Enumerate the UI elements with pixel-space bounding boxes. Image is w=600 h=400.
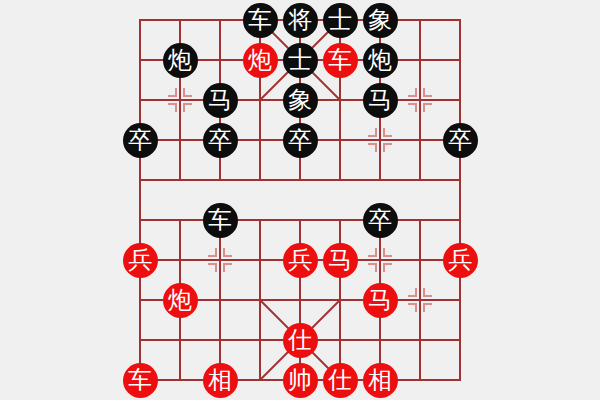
black-advisor[interactable]: 士 (323, 3, 358, 38)
xiangqi-board: 车将士象炮炮士车炮马象马卒卒卒卒车卒兵兵马兵炮马仕车相帅仕相 (0, 0, 600, 400)
red-advisor[interactable]: 仕 (323, 363, 358, 398)
black-chariot[interactable]: 车 (203, 203, 238, 238)
black-soldier[interactable]: 卒 (363, 203, 398, 238)
red-advisor[interactable]: 仕 (283, 323, 318, 358)
red-chariot[interactable]: 车 (123, 363, 158, 398)
black-soldier[interactable]: 卒 (203, 123, 238, 158)
black-soldier[interactable]: 卒 (443, 123, 478, 158)
red-elephant[interactable]: 相 (363, 363, 398, 398)
black-cannon[interactable]: 炮 (363, 43, 398, 78)
black-cannon[interactable]: 炮 (163, 43, 198, 78)
red-soldier[interactable]: 兵 (443, 243, 478, 278)
black-horse[interactable]: 马 (203, 83, 238, 118)
red-horse[interactable]: 马 (323, 243, 358, 278)
black-elephant[interactable]: 象 (283, 83, 318, 118)
black-soldier[interactable]: 卒 (123, 123, 158, 158)
black-horse[interactable]: 马 (363, 83, 398, 118)
black-chariot[interactable]: 车 (243, 3, 278, 38)
red-cannon[interactable]: 炮 (163, 283, 198, 318)
black-soldier[interactable]: 卒 (283, 123, 318, 158)
black-elephant[interactable]: 象 (363, 3, 398, 38)
pieces-layer: 车将士象炮炮士车炮马象马卒卒卒卒车卒兵兵马兵炮马仕车相帅仕相 (120, 0, 480, 400)
red-soldier[interactable]: 兵 (283, 243, 318, 278)
black-general[interactable]: 将 (283, 3, 318, 38)
red-horse[interactable]: 马 (363, 283, 398, 318)
red-soldier[interactable]: 兵 (123, 243, 158, 278)
red-general[interactable]: 帅 (283, 363, 318, 398)
red-cannon[interactable]: 炮 (243, 43, 278, 78)
red-chariot[interactable]: 车 (323, 43, 358, 78)
red-elephant[interactable]: 相 (203, 363, 238, 398)
black-advisor[interactable]: 士 (283, 43, 318, 78)
